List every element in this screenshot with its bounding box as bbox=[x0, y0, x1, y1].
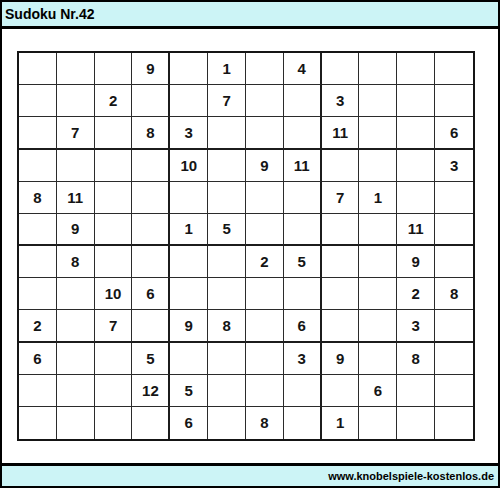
cell-r2c8[interactable] bbox=[284, 85, 322, 117]
cell-r2c9: 3 bbox=[322, 85, 360, 117]
cell-r12c4[interactable] bbox=[132, 407, 170, 439]
cell-r3c1[interactable] bbox=[19, 117, 57, 149]
cell-r11c5: 5 bbox=[170, 375, 208, 407]
cell-r1c2[interactable] bbox=[57, 53, 95, 85]
cell-r12c8[interactable] bbox=[284, 407, 322, 439]
cell-r12c3[interactable] bbox=[95, 407, 133, 439]
cell-r9c8: 6 bbox=[284, 310, 322, 342]
cell-r7c3[interactable] bbox=[95, 246, 133, 278]
cell-r8c8[interactable] bbox=[284, 278, 322, 310]
cell-r8c3: 10 bbox=[95, 278, 133, 310]
cell-r7c12[interactable] bbox=[435, 246, 473, 278]
cell-r8c4: 6 bbox=[132, 278, 170, 310]
sudoku-board: 9142737831161091138117191511825910628279… bbox=[17, 51, 475, 441]
cell-r2c4[interactable] bbox=[132, 85, 170, 117]
cell-r4c1[interactable] bbox=[19, 150, 57, 182]
cell-r9c10[interactable] bbox=[359, 310, 397, 342]
cell-r2c12[interactable] bbox=[435, 85, 473, 117]
cell-r9c1: 2 bbox=[19, 310, 57, 342]
cell-r7c1[interactable] bbox=[19, 246, 57, 278]
cell-r1c3[interactable] bbox=[95, 53, 133, 85]
cell-r4c10[interactable] bbox=[359, 150, 397, 182]
cell-r10c3[interactable] bbox=[95, 343, 133, 375]
cell-r7c2: 8 bbox=[57, 246, 95, 278]
cell-r5c2: 11 bbox=[57, 182, 95, 214]
cell-r2c10[interactable] bbox=[359, 85, 397, 117]
cell-r8c11: 2 bbox=[397, 278, 435, 310]
cell-r1c1[interactable] bbox=[19, 53, 57, 85]
cell-r4c9[interactable] bbox=[322, 150, 360, 182]
cell-r10c7[interactable] bbox=[246, 343, 284, 375]
cell-r2c3: 2 bbox=[95, 85, 133, 117]
cell-r11c4: 12 bbox=[132, 375, 170, 407]
cell-r9c9[interactable] bbox=[322, 310, 360, 342]
cell-r5c10: 1 bbox=[359, 182, 397, 214]
cell-r4c12: 3 bbox=[435, 150, 473, 182]
cell-r12c1[interactable] bbox=[19, 407, 57, 439]
cell-r1c8: 4 bbox=[284, 53, 322, 85]
cell-r6c2: 9 bbox=[57, 214, 95, 246]
cell-r2c1[interactable] bbox=[19, 85, 57, 117]
cell-r7c5[interactable] bbox=[170, 246, 208, 278]
cell-r5c1: 8 bbox=[19, 182, 57, 214]
cell-r7c4[interactable] bbox=[132, 246, 170, 278]
cell-r1c5[interactable] bbox=[170, 53, 208, 85]
cell-r11c1[interactable] bbox=[19, 375, 57, 407]
cell-r2c6: 7 bbox=[208, 85, 246, 117]
cell-r3c10[interactable] bbox=[359, 117, 397, 149]
cell-r4c6[interactable] bbox=[208, 150, 246, 182]
cell-r8c1[interactable] bbox=[19, 278, 57, 310]
cell-r6c12[interactable] bbox=[435, 214, 473, 246]
cell-r4c7: 9 bbox=[246, 150, 284, 182]
footer-bar: www.knobelspiele-kostenlos.de bbox=[2, 463, 498, 486]
cell-r6c5: 1 bbox=[170, 214, 208, 246]
page: Sudoku Nr.42 914273783116109113811719151… bbox=[0, 0, 500, 488]
cell-r9c3: 7 bbox=[95, 310, 133, 342]
cell-r12c5: 6 bbox=[170, 407, 208, 439]
cell-r2c11[interactable] bbox=[397, 85, 435, 117]
cell-r3c2: 7 bbox=[57, 117, 95, 149]
cell-r8c5[interactable] bbox=[170, 278, 208, 310]
cell-r3c6[interactable] bbox=[208, 117, 246, 149]
cell-r6c3[interactable] bbox=[95, 214, 133, 246]
cell-r1c4: 9 bbox=[132, 53, 170, 85]
cell-r8c6[interactable] bbox=[208, 278, 246, 310]
cell-r11c12[interactable] bbox=[435, 375, 473, 407]
cell-r11c7[interactable] bbox=[246, 375, 284, 407]
cell-r4c5: 10 bbox=[170, 150, 208, 182]
cell-r1c9[interactable] bbox=[322, 53, 360, 85]
cell-r10c12[interactable] bbox=[435, 343, 473, 375]
cell-r8c2[interactable] bbox=[57, 278, 95, 310]
cell-r1c12[interactable] bbox=[435, 53, 473, 85]
cell-r10c9: 9 bbox=[322, 343, 360, 375]
cell-r1c11[interactable] bbox=[397, 53, 435, 85]
cell-r6c9[interactable] bbox=[322, 214, 360, 246]
cell-r4c4[interactable] bbox=[132, 150, 170, 182]
cell-r5c5[interactable] bbox=[170, 182, 208, 214]
cell-r5c11[interactable] bbox=[397, 182, 435, 214]
cell-r8c12: 8 bbox=[435, 278, 473, 310]
cell-r10c6[interactable] bbox=[208, 343, 246, 375]
cell-r7c6[interactable] bbox=[208, 246, 246, 278]
cell-r2c2[interactable] bbox=[57, 85, 95, 117]
main-area: 9142737831161091138117191511825910628279… bbox=[2, 29, 498, 463]
cell-r3c3[interactable] bbox=[95, 117, 133, 149]
cell-r3c5: 3 bbox=[170, 117, 208, 149]
cell-r9c5: 9 bbox=[170, 310, 208, 342]
cell-r8c10[interactable] bbox=[359, 278, 397, 310]
cell-r9c4[interactable] bbox=[132, 310, 170, 342]
cell-r12c12[interactable] bbox=[435, 407, 473, 439]
cell-r3c12: 6 bbox=[435, 117, 473, 149]
cell-r11c8[interactable] bbox=[284, 375, 322, 407]
cell-r6c4[interactable] bbox=[132, 214, 170, 246]
cell-r12c9: 1 bbox=[322, 407, 360, 439]
cell-r10c8: 3 bbox=[284, 343, 322, 375]
cell-r5c7[interactable] bbox=[246, 182, 284, 214]
cell-r1c6: 1 bbox=[208, 53, 246, 85]
cell-r7c9[interactable] bbox=[322, 246, 360, 278]
cell-r12c6[interactable] bbox=[208, 407, 246, 439]
cell-r12c11[interactable] bbox=[397, 407, 435, 439]
cell-r2c5[interactable] bbox=[170, 85, 208, 117]
cell-r5c3[interactable] bbox=[95, 182, 133, 214]
cell-r4c2[interactable] bbox=[57, 150, 95, 182]
cell-r6c7[interactable] bbox=[246, 214, 284, 246]
cell-r5c4[interactable] bbox=[132, 182, 170, 214]
cell-r7c10[interactable] bbox=[359, 246, 397, 278]
cell-r10c11: 8 bbox=[397, 343, 435, 375]
cell-r5c6[interactable] bbox=[208, 182, 246, 214]
cell-r11c2[interactable] bbox=[57, 375, 95, 407]
cell-r6c11: 11 bbox=[397, 214, 435, 246]
cell-r1c7[interactable] bbox=[246, 53, 284, 85]
cell-r10c1: 6 bbox=[19, 343, 57, 375]
cell-r12c10[interactable] bbox=[359, 407, 397, 439]
cell-r5c9: 7 bbox=[322, 182, 360, 214]
cell-r6c10[interactable] bbox=[359, 214, 397, 246]
website-link[interactable]: www.knobelspiele-kostenlos.de bbox=[328, 470, 494, 482]
cell-r7c11: 9 bbox=[397, 246, 435, 278]
cell-r8c7[interactable] bbox=[246, 278, 284, 310]
cell-r5c12[interactable] bbox=[435, 182, 473, 214]
cell-r7c7: 2 bbox=[246, 246, 284, 278]
cell-r11c3[interactable] bbox=[95, 375, 133, 407]
cell-r4c11[interactable] bbox=[397, 150, 435, 182]
cell-r7c8: 5 bbox=[284, 246, 322, 278]
cell-r3c9: 11 bbox=[322, 117, 360, 149]
page-title: Sudoku Nr.42 bbox=[5, 6, 94, 22]
cell-r3c7[interactable] bbox=[246, 117, 284, 149]
cell-r1c10[interactable] bbox=[359, 53, 397, 85]
header-bar: Sudoku Nr.42 bbox=[2, 2, 498, 29]
cell-r9c11: 3 bbox=[397, 310, 435, 342]
cell-r3c8[interactable] bbox=[284, 117, 322, 149]
cell-r9c6: 8 bbox=[208, 310, 246, 342]
cell-r8c9[interactable] bbox=[322, 278, 360, 310]
cell-r6c1[interactable] bbox=[19, 214, 57, 246]
cell-r10c5[interactable] bbox=[170, 343, 208, 375]
cell-r6c8[interactable] bbox=[284, 214, 322, 246]
cell-r4c3[interactable] bbox=[95, 150, 133, 182]
cell-r11c9[interactable] bbox=[322, 375, 360, 407]
cell-r4c8: 11 bbox=[284, 150, 322, 182]
cell-r10c10[interactable] bbox=[359, 343, 397, 375]
cell-r9c12[interactable] bbox=[435, 310, 473, 342]
cell-r10c2[interactable] bbox=[57, 343, 95, 375]
cell-r3c11[interactable] bbox=[397, 117, 435, 149]
cell-r6c6: 5 bbox=[208, 214, 246, 246]
cell-r9c7[interactable] bbox=[246, 310, 284, 342]
cell-r11c11[interactable] bbox=[397, 375, 435, 407]
cell-r11c6[interactable] bbox=[208, 375, 246, 407]
cell-r3c4: 8 bbox=[132, 117, 170, 149]
cell-r10c4: 5 bbox=[132, 343, 170, 375]
cell-r11c10: 6 bbox=[359, 375, 397, 407]
cell-r12c2[interactable] bbox=[57, 407, 95, 439]
cell-r5c8[interactable] bbox=[284, 182, 322, 214]
cell-r2c7[interactable] bbox=[246, 85, 284, 117]
cell-r9c2[interactable] bbox=[57, 310, 95, 342]
cell-r12c7: 8 bbox=[246, 407, 284, 439]
